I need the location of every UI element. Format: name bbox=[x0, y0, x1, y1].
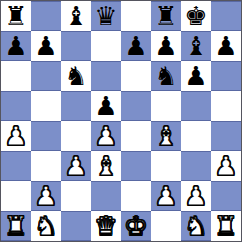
square-g1[interactable]: ♞ bbox=[181, 211, 211, 241]
piece-black-bishop: ♝ bbox=[64, 1, 87, 31]
piece-white-pawn: ♟ bbox=[184, 181, 207, 211]
square-h6[interactable] bbox=[211, 61, 241, 91]
piece-white-rook: ♜ bbox=[214, 211, 237, 241]
square-c1[interactable] bbox=[61, 211, 91, 241]
square-c4[interactable] bbox=[61, 121, 91, 151]
piece-black-pawn: ♟ bbox=[34, 31, 57, 61]
square-a8[interactable]: ♜ bbox=[1, 1, 31, 31]
square-a3[interactable] bbox=[1, 151, 31, 181]
square-h2[interactable] bbox=[211, 181, 241, 211]
square-g3[interactable] bbox=[181, 151, 211, 181]
square-g8[interactable]: ♚ bbox=[181, 1, 211, 31]
square-e3[interactable] bbox=[121, 151, 151, 181]
piece-black-rook: ♜ bbox=[4, 1, 27, 31]
square-b2[interactable]: ♟ bbox=[31, 181, 61, 211]
piece-white-rook: ♜ bbox=[4, 211, 27, 241]
square-b1[interactable]: ♞ bbox=[31, 211, 61, 241]
square-e1[interactable]: ♚ bbox=[121, 211, 151, 241]
square-d8[interactable]: ♛ bbox=[91, 1, 121, 31]
square-g7[interactable]: ♝ bbox=[181, 31, 211, 61]
piece-white-king: ♚ bbox=[124, 211, 147, 241]
square-f3[interactable] bbox=[151, 151, 181, 181]
square-c7[interactable] bbox=[61, 31, 91, 61]
chess-board: ♜♝♛♜♚♟♟♟♟♝♟♞♞♟♟♟♟♝♟♝♟♟♟♟♜♞♛♚♞♜ bbox=[0, 0, 242, 242]
square-d3[interactable]: ♝ bbox=[91, 151, 121, 181]
square-g4[interactable] bbox=[181, 121, 211, 151]
piece-white-bishop: ♝ bbox=[94, 151, 117, 181]
square-f2[interactable]: ♟ bbox=[151, 181, 181, 211]
piece-black-pawn: ♟ bbox=[4, 31, 27, 61]
piece-white-knight: ♞ bbox=[34, 211, 57, 241]
square-c3[interactable]: ♟ bbox=[61, 151, 91, 181]
square-h3[interactable]: ♟ bbox=[211, 151, 241, 181]
square-g2[interactable]: ♟ bbox=[181, 181, 211, 211]
piece-white-pawn: ♟ bbox=[94, 121, 117, 151]
piece-black-pawn: ♟ bbox=[214, 31, 237, 61]
square-e8[interactable] bbox=[121, 1, 151, 31]
square-e4[interactable] bbox=[121, 121, 151, 151]
piece-white-pawn: ♟ bbox=[34, 181, 57, 211]
square-a7[interactable]: ♟ bbox=[1, 31, 31, 61]
square-c8[interactable]: ♝ bbox=[61, 1, 91, 31]
piece-white-pawn: ♟ bbox=[214, 151, 237, 181]
square-b6[interactable] bbox=[31, 61, 61, 91]
piece-white-bishop: ♝ bbox=[154, 121, 177, 151]
piece-black-pawn: ♟ bbox=[124, 31, 147, 61]
square-h4[interactable] bbox=[211, 121, 241, 151]
square-a1[interactable]: ♜ bbox=[1, 211, 31, 241]
square-d5[interactable]: ♟ bbox=[91, 91, 121, 121]
piece-black-king: ♚ bbox=[184, 1, 207, 31]
piece-black-knight: ♞ bbox=[64, 61, 87, 91]
piece-black-rook: ♜ bbox=[154, 1, 177, 31]
piece-white-queen: ♛ bbox=[94, 211, 117, 241]
square-f1[interactable] bbox=[151, 211, 181, 241]
piece-black-pawn: ♟ bbox=[94, 91, 117, 121]
square-b8[interactable] bbox=[31, 1, 61, 31]
square-a6[interactable] bbox=[1, 61, 31, 91]
square-b5[interactable] bbox=[31, 91, 61, 121]
piece-black-pawn: ♟ bbox=[184, 61, 207, 91]
square-b7[interactable]: ♟ bbox=[31, 31, 61, 61]
square-f4[interactable]: ♝ bbox=[151, 121, 181, 151]
square-e7[interactable]: ♟ bbox=[121, 31, 151, 61]
square-h7[interactable]: ♟ bbox=[211, 31, 241, 61]
square-h1[interactable]: ♜ bbox=[211, 211, 241, 241]
square-a4[interactable]: ♟ bbox=[1, 121, 31, 151]
piece-black-pawn: ♟ bbox=[154, 31, 177, 61]
piece-white-knight: ♞ bbox=[184, 211, 207, 241]
square-f5[interactable] bbox=[151, 91, 181, 121]
square-e5[interactable] bbox=[121, 91, 151, 121]
square-b3[interactable] bbox=[31, 151, 61, 181]
square-b4[interactable] bbox=[31, 121, 61, 151]
square-f6[interactable]: ♞ bbox=[151, 61, 181, 91]
square-a2[interactable] bbox=[1, 181, 31, 211]
square-c2[interactable] bbox=[61, 181, 91, 211]
square-g6[interactable]: ♟ bbox=[181, 61, 211, 91]
square-c5[interactable] bbox=[61, 91, 91, 121]
square-d7[interactable] bbox=[91, 31, 121, 61]
square-g5[interactable] bbox=[181, 91, 211, 121]
square-h5[interactable] bbox=[211, 91, 241, 121]
square-d2[interactable] bbox=[91, 181, 121, 211]
square-c6[interactable]: ♞ bbox=[61, 61, 91, 91]
square-f8[interactable]: ♜ bbox=[151, 1, 181, 31]
square-e2[interactable] bbox=[121, 181, 151, 211]
square-h8[interactable] bbox=[211, 1, 241, 31]
piece-white-pawn: ♟ bbox=[154, 181, 177, 211]
square-e6[interactable] bbox=[121, 61, 151, 91]
square-d1[interactable]: ♛ bbox=[91, 211, 121, 241]
piece-black-knight: ♞ bbox=[154, 61, 177, 91]
square-f7[interactable]: ♟ bbox=[151, 31, 181, 61]
square-d4[interactable]: ♟ bbox=[91, 121, 121, 151]
square-d6[interactable] bbox=[91, 61, 121, 91]
piece-black-bishop: ♝ bbox=[184, 31, 207, 61]
piece-white-pawn: ♟ bbox=[64, 151, 87, 181]
piece-black-queen: ♛ bbox=[94, 1, 117, 31]
piece-white-pawn: ♟ bbox=[4, 121, 27, 151]
square-a5[interactable] bbox=[1, 91, 31, 121]
